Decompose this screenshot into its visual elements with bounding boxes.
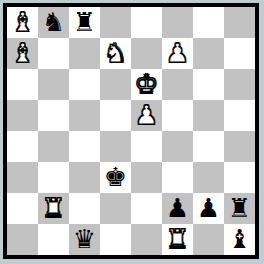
white-knight: ♞ — [104, 40, 127, 66]
square-b7[interactable] — [38, 38, 69, 69]
square-g3[interactable] — [193, 162, 224, 193]
square-a2[interactable] — [7, 193, 38, 224]
square-h5[interactable] — [224, 100, 255, 131]
board-frame: ♝♞♜♝♞♟♚♟♚♜♟♟♜♛♜♝ — [3, 3, 259, 259]
square-b4[interactable] — [38, 131, 69, 162]
square-f2[interactable]: ♟ — [162, 193, 193, 224]
square-g7[interactable] — [193, 38, 224, 69]
square-b1[interactable] — [38, 224, 69, 255]
square-a7[interactable]: ♝ — [7, 38, 38, 69]
square-e6[interactable]: ♚ — [131, 69, 162, 100]
square-e7[interactable] — [131, 38, 162, 69]
square-c7[interactable] — [69, 38, 100, 69]
square-c4[interactable] — [69, 131, 100, 162]
white-bishop: ♝ — [11, 40, 34, 66]
square-c3[interactable] — [69, 162, 100, 193]
square-d5[interactable] — [100, 100, 131, 131]
square-g5[interactable] — [193, 100, 224, 131]
square-c8[interactable]: ♜ — [69, 7, 100, 38]
square-g1[interactable] — [193, 224, 224, 255]
square-g6[interactable] — [193, 69, 224, 100]
diagram-background: ♝♞♜♝♞♟♚♟♚♜♟♟♜♛♜♝ — [0, 0, 264, 264]
square-g4[interactable] — [193, 131, 224, 162]
square-b5[interactable] — [38, 100, 69, 131]
square-d7[interactable]: ♞ — [100, 38, 131, 69]
square-h7[interactable] — [224, 38, 255, 69]
square-c2[interactable] — [69, 193, 100, 224]
black-bishop: ♝ — [228, 226, 251, 252]
white-pawn: ♟ — [135, 102, 158, 128]
square-a8[interactable]: ♝ — [7, 7, 38, 38]
square-f6[interactable] — [162, 69, 193, 100]
square-d6[interactable] — [100, 69, 131, 100]
square-c5[interactable] — [69, 100, 100, 131]
black-rook: ♜ — [228, 195, 251, 221]
square-h4[interactable] — [224, 131, 255, 162]
square-e8[interactable] — [131, 7, 162, 38]
square-c6[interactable] — [69, 69, 100, 100]
square-f1[interactable]: ♜ — [162, 224, 193, 255]
square-h2[interactable]: ♜ — [224, 193, 255, 224]
black-rook: ♜ — [73, 9, 96, 35]
square-f3[interactable] — [162, 162, 193, 193]
square-f7[interactable]: ♟ — [162, 38, 193, 69]
black-queen: ♛ — [73, 226, 96, 252]
square-g2[interactable]: ♟ — [193, 193, 224, 224]
square-e2[interactable] — [131, 193, 162, 224]
white-pawn: ♟ — [166, 40, 189, 66]
square-a4[interactable] — [7, 131, 38, 162]
white-rook: ♜ — [166, 226, 189, 252]
square-h3[interactable] — [224, 162, 255, 193]
square-c1[interactable]: ♛ — [69, 224, 100, 255]
square-e4[interactable] — [131, 131, 162, 162]
square-e5[interactable]: ♟ — [131, 100, 162, 131]
square-d3[interactable]: ♚ — [100, 162, 131, 193]
black-knight: ♞ — [42, 9, 65, 35]
square-b6[interactable] — [38, 69, 69, 100]
square-b8[interactable]: ♞ — [38, 7, 69, 38]
square-a5[interactable] — [7, 100, 38, 131]
white-rook: ♜ — [42, 195, 65, 221]
square-e3[interactable] — [131, 162, 162, 193]
square-b3[interactable] — [38, 162, 69, 193]
square-d2[interactable] — [100, 193, 131, 224]
square-d1[interactable] — [100, 224, 131, 255]
black-king: ♚ — [104, 164, 127, 190]
black-pawn: ♟ — [197, 195, 220, 221]
chess-board: ♝♞♜♝♞♟♚♟♚♜♟♟♜♛♜♝ — [7, 7, 255, 255]
square-f8[interactable] — [162, 7, 193, 38]
square-h6[interactable] — [224, 69, 255, 100]
square-d8[interactable] — [100, 7, 131, 38]
square-a6[interactable] — [7, 69, 38, 100]
square-h1[interactable]: ♝ — [224, 224, 255, 255]
square-a3[interactable] — [7, 162, 38, 193]
white-king: ♚ — [135, 71, 158, 97]
square-f4[interactable] — [162, 131, 193, 162]
square-d4[interactable] — [100, 131, 131, 162]
square-f5[interactable] — [162, 100, 193, 131]
square-h8[interactable] — [224, 7, 255, 38]
square-e1[interactable] — [131, 224, 162, 255]
square-b2[interactable]: ♜ — [38, 193, 69, 224]
square-g8[interactable] — [193, 7, 224, 38]
black-pawn: ♟ — [166, 195, 189, 221]
white-bishop: ♝ — [11, 9, 34, 35]
square-a1[interactable] — [7, 224, 38, 255]
